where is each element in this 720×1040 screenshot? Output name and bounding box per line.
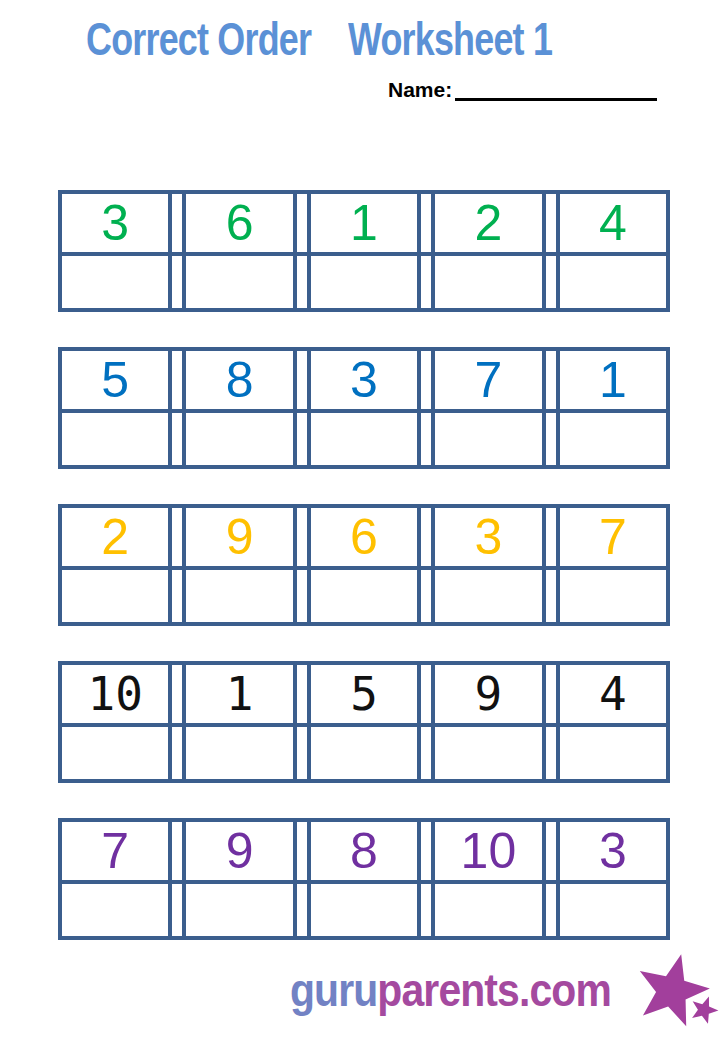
given-number: 9 [226,826,254,876]
worksheet-page: Correct Order Worksheet 1 Name: 36124583… [0,0,720,1040]
answer-cell-r1c1[interactable] [62,256,172,308]
given-cell-r1c4: 2 [431,194,545,252]
given-cell-r1c2: 6 [182,194,296,252]
answer-cell-r3c4[interactable] [431,570,545,622]
brand-logo: guruparents.com [290,962,611,1017]
answer-cell-r2c3[interactable] [307,413,421,465]
given-cell-r5c3: 8 [307,822,421,880]
given-cell-r2c5: 1 [556,351,666,409]
given-cell-r4c1: 10 [62,665,172,723]
given-number: 3 [350,355,378,405]
given-cell-r2c3: 3 [307,351,421,409]
given-number: 3 [475,512,503,562]
star-icons [628,950,720,1040]
brand-guru-text: guru [290,963,377,1016]
given-cell-r5c2: 9 [182,822,296,880]
number-table-5: 798103 [58,818,670,940]
given-cell-r3c5: 7 [556,508,666,566]
name-label: Name: [388,78,452,102]
tables-container: 361245837129637101594798103 [58,190,670,975]
answer-cell-r4c5[interactable] [556,727,666,779]
given-cell-r5c4: 10 [431,822,545,880]
answer-cell-r2c5[interactable] [556,413,666,465]
given-number: 6 [350,512,378,562]
given-cell-r2c1: 5 [62,351,172,409]
small-star-icon [687,992,720,1026]
given-number: 5 [350,671,378,717]
given-cell-r5c1: 7 [62,822,172,880]
answer-cell-r3c1[interactable] [62,570,172,622]
given-cell-r3c4: 3 [431,508,545,566]
given-number: 1 [350,198,378,248]
answer-cell-r5c4[interactable] [431,884,545,936]
answer-cell-r4c3[interactable] [307,727,421,779]
given-cell-r4c4: 9 [431,665,545,723]
given-cell-r3c3: 6 [307,508,421,566]
answer-cell-r5c2[interactable] [182,884,296,936]
given-number: 2 [101,512,129,562]
given-number: 9 [226,512,254,562]
given-cell-r1c3: 1 [307,194,421,252]
given-number: 10 [88,671,143,717]
given-number: 10 [461,826,517,876]
number-table-4: 101594 [58,661,670,783]
given-number: 3 [101,198,129,248]
given-number: 5 [101,355,129,405]
big-star-icon [630,950,717,1030]
answer-cell-r5c3[interactable] [307,884,421,936]
number-table-3: 29637 [58,504,670,626]
given-number: 9 [475,671,503,717]
name-input-line[interactable] [455,98,657,101]
given-cell-r2c2: 8 [182,351,296,409]
brand-parents-text: parents.com [377,963,611,1016]
given-number: 3 [599,826,627,876]
number-table-2: 58371 [58,347,670,469]
given-cell-r3c2: 9 [182,508,296,566]
given-number: 4 [599,671,627,717]
answer-cell-r3c3[interactable] [307,570,421,622]
answer-cell-r2c1[interactable] [62,413,172,465]
given-number: 2 [475,198,503,248]
answer-cell-r5c1[interactable] [62,884,172,936]
number-table-1: 36124 [58,190,670,312]
answer-cell-r1c5[interactable] [556,256,666,308]
given-cell-r1c1: 3 [62,194,172,252]
answer-cell-r2c4[interactable] [431,413,545,465]
answer-cell-r4c1[interactable] [62,727,172,779]
page-title-left: Correct Order [86,12,311,66]
given-cell-r5c5: 3 [556,822,666,880]
given-number: 1 [226,671,254,717]
answer-cell-r5c5[interactable] [556,884,666,936]
given-number: 6 [226,198,254,248]
given-number: 7 [475,355,503,405]
given-cell-r4c2: 1 [182,665,296,723]
given-number: 1 [599,355,627,405]
answer-cell-r4c2[interactable] [182,727,296,779]
given-number: 8 [226,355,254,405]
answer-cell-r3c5[interactable] [556,570,666,622]
given-cell-r1c5: 4 [556,194,666,252]
given-number: 4 [599,198,627,248]
given-number: 7 [599,512,627,562]
given-cell-r4c5: 4 [556,665,666,723]
answer-cell-r1c2[interactable] [182,256,296,308]
answer-cell-r4c4[interactable] [431,727,545,779]
given-number: 8 [350,826,378,876]
answer-cell-r1c4[interactable] [431,256,545,308]
answer-cell-r2c2[interactable] [182,413,296,465]
given-cell-r3c1: 2 [62,508,172,566]
given-number: 7 [101,826,129,876]
given-cell-r4c3: 5 [307,665,421,723]
page-title-right: Worksheet 1 [348,12,552,66]
answer-cell-r3c2[interactable] [182,570,296,622]
answer-cell-r1c3[interactable] [307,256,421,308]
given-cell-r2c4: 7 [431,351,545,409]
